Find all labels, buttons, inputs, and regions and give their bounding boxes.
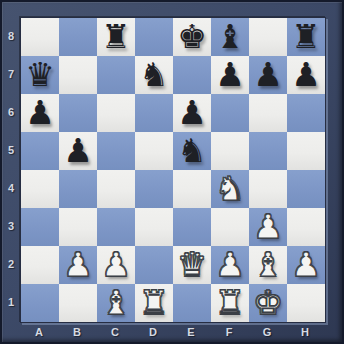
rank-label-1: 1 xyxy=(2,283,20,321)
file-label-f: F xyxy=(210,323,248,342)
square-c4[interactable] xyxy=(97,170,135,208)
chess-board: ♜♚♝♜♛♞♟♟♟♟♟♟♞♞♟♟♟♛♟♝♟♝♜♜♚ xyxy=(20,17,326,323)
square-g2[interactable]: ♝ xyxy=(249,246,287,284)
square-g5[interactable] xyxy=(249,132,287,170)
square-d4[interactable] xyxy=(135,170,173,208)
file-label-h: H xyxy=(286,323,324,342)
white-rook-f1[interactable]: ♜ xyxy=(215,284,245,322)
black-pawn-e6[interactable]: ♟ xyxy=(177,94,207,132)
black-bishop-f8[interactable]: ♝ xyxy=(215,18,245,56)
rank-label-5: 5 xyxy=(2,131,20,169)
square-f7[interactable]: ♟ xyxy=(211,56,249,94)
black-queen-a7[interactable]: ♛ xyxy=(25,56,55,94)
square-d5[interactable] xyxy=(135,132,173,170)
black-knight-d7[interactable]: ♞ xyxy=(139,56,169,94)
file-label-e: E xyxy=(172,323,210,342)
black-pawn-b5[interactable]: ♟ xyxy=(63,132,93,170)
square-c6[interactable] xyxy=(97,94,135,132)
black-pawn-f7[interactable]: ♟ xyxy=(215,56,245,94)
square-h2[interactable]: ♟ xyxy=(287,246,325,284)
file-label-g: G xyxy=(248,323,286,342)
square-h7[interactable]: ♟ xyxy=(287,56,325,94)
square-f1[interactable]: ♜ xyxy=(211,284,249,322)
square-g8[interactable] xyxy=(249,18,287,56)
white-pawn-b2[interactable]: ♟ xyxy=(63,246,93,284)
square-b7[interactable] xyxy=(59,56,97,94)
white-pawn-g3[interactable]: ♟ xyxy=(253,208,283,246)
square-h8[interactable]: ♜ xyxy=(287,18,325,56)
black-rook-c8[interactable]: ♜ xyxy=(101,18,131,56)
rank-label-7: 7 xyxy=(2,55,20,93)
square-h4[interactable] xyxy=(287,170,325,208)
square-e1[interactable] xyxy=(173,284,211,322)
square-h6[interactable] xyxy=(287,94,325,132)
square-a5[interactable] xyxy=(21,132,59,170)
square-d6[interactable] xyxy=(135,94,173,132)
square-f6[interactable] xyxy=(211,94,249,132)
square-a1[interactable] xyxy=(21,284,59,322)
square-g7[interactable]: ♟ xyxy=(249,56,287,94)
square-d2[interactable] xyxy=(135,246,173,284)
chess-board-frame: ♜♚♝♜♛♞♟♟♟♟♟♟♞♞♟♟♟♛♟♝♟♝♜♜♚ 87654321 ABCDE… xyxy=(0,0,344,344)
square-b1[interactable] xyxy=(59,284,97,322)
square-c5[interactable] xyxy=(97,132,135,170)
square-a2[interactable] xyxy=(21,246,59,284)
file-label-d: D xyxy=(134,323,172,342)
square-f5[interactable] xyxy=(211,132,249,170)
square-h1[interactable] xyxy=(287,284,325,322)
square-e4[interactable] xyxy=(173,170,211,208)
square-a7[interactable]: ♛ xyxy=(21,56,59,94)
square-b6[interactable] xyxy=(59,94,97,132)
square-b8[interactable] xyxy=(59,18,97,56)
white-bishop-c1[interactable]: ♝ xyxy=(101,284,131,322)
square-e7[interactable] xyxy=(173,56,211,94)
white-knight-f4[interactable]: ♞ xyxy=(215,170,245,208)
square-a6[interactable]: ♟ xyxy=(21,94,59,132)
square-e6[interactable]: ♟ xyxy=(173,94,211,132)
black-pawn-g7[interactable]: ♟ xyxy=(253,56,283,94)
square-e5[interactable]: ♞ xyxy=(173,132,211,170)
square-h5[interactable] xyxy=(287,132,325,170)
square-c8[interactable]: ♜ xyxy=(97,18,135,56)
square-d1[interactable]: ♜ xyxy=(135,284,173,322)
square-b4[interactable] xyxy=(59,170,97,208)
square-a4[interactable] xyxy=(21,170,59,208)
white-pawn-h2[interactable]: ♟ xyxy=(291,246,321,284)
white-king-g1[interactable]: ♚ xyxy=(253,284,283,322)
white-queen-e2[interactable]: ♛ xyxy=(177,246,207,284)
square-a3[interactable] xyxy=(21,208,59,246)
square-e3[interactable] xyxy=(173,208,211,246)
square-g3[interactable]: ♟ xyxy=(249,208,287,246)
square-d7[interactable]: ♞ xyxy=(135,56,173,94)
rank-label-6: 6 xyxy=(2,93,20,131)
black-knight-e5[interactable]: ♞ xyxy=(177,132,207,170)
file-label-c: C xyxy=(96,323,134,342)
square-f2[interactable]: ♟ xyxy=(211,246,249,284)
white-rook-d1[interactable]: ♜ xyxy=(139,284,169,322)
rank-label-2: 2 xyxy=(2,245,20,283)
square-f8[interactable]: ♝ xyxy=(211,18,249,56)
white-bishop-g2[interactable]: ♝ xyxy=(253,246,283,284)
black-rook-h8[interactable]: ♜ xyxy=(291,18,321,56)
square-d3[interactable] xyxy=(135,208,173,246)
rank-label-8: 8 xyxy=(2,17,20,55)
file-label-a: A xyxy=(20,323,58,342)
square-e8[interactable]: ♚ xyxy=(173,18,211,56)
square-c2[interactable]: ♟ xyxy=(97,246,135,284)
rank-label-4: 4 xyxy=(2,169,20,207)
square-c1[interactable]: ♝ xyxy=(97,284,135,322)
square-g1[interactable]: ♚ xyxy=(249,284,287,322)
white-pawn-f2[interactable]: ♟ xyxy=(215,246,245,284)
square-a8[interactable] xyxy=(21,18,59,56)
white-pawn-c2[interactable]: ♟ xyxy=(101,246,131,284)
square-g4[interactable] xyxy=(249,170,287,208)
square-f3[interactable] xyxy=(211,208,249,246)
black-pawn-h7[interactable]: ♟ xyxy=(291,56,321,94)
square-c7[interactable] xyxy=(97,56,135,94)
square-c3[interactable] xyxy=(97,208,135,246)
black-king-e8[interactable]: ♚ xyxy=(177,18,207,56)
square-h3[interactable] xyxy=(287,208,325,246)
square-f4[interactable]: ♞ xyxy=(211,170,249,208)
file-label-b: B xyxy=(58,323,96,342)
square-b2[interactable]: ♟ xyxy=(59,246,97,284)
square-b5[interactable]: ♟ xyxy=(59,132,97,170)
square-g6[interactable] xyxy=(249,94,287,132)
square-d8[interactable] xyxy=(135,18,173,56)
square-b3[interactable] xyxy=(59,208,97,246)
rank-label-3: 3 xyxy=(2,207,20,245)
black-pawn-a6[interactable]: ♟ xyxy=(25,94,55,132)
square-e2[interactable]: ♛ xyxy=(173,246,211,284)
